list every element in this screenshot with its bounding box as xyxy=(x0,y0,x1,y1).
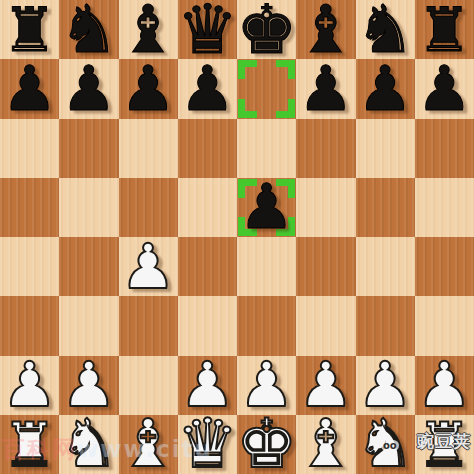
square-g7[interactable]: ♟ xyxy=(356,59,415,118)
square-d1[interactable]: ♛ xyxy=(178,415,237,474)
square-a6[interactable] xyxy=(0,119,59,178)
square-c8[interactable]: ♝ xyxy=(119,0,178,59)
square-b5[interactable] xyxy=(59,178,118,237)
square-a5[interactable] xyxy=(0,178,59,237)
square-h2[interactable]: ♟ xyxy=(415,356,474,415)
square-d4[interactable] xyxy=(178,237,237,296)
black-knight-g8[interactable]: ♞ xyxy=(356,0,415,59)
square-f6[interactable] xyxy=(296,119,355,178)
square-a7[interactable]: ♟ xyxy=(0,59,59,118)
white-queen-d1[interactable]: ♛ xyxy=(178,415,237,474)
square-b8[interactable]: ♞ xyxy=(59,0,118,59)
square-f5[interactable] xyxy=(296,178,355,237)
black-bishop-f8[interactable]: ♝ xyxy=(296,0,355,59)
square-g5[interactable] xyxy=(356,178,415,237)
square-g8[interactable]: ♞ xyxy=(356,0,415,59)
white-rook-h1[interactable]: ♜ xyxy=(415,415,474,474)
square-a4[interactable] xyxy=(0,237,59,296)
square-g6[interactable] xyxy=(356,119,415,178)
square-b1[interactable]: ♞ xyxy=(59,415,118,474)
square-e8[interactable]: ♚ xyxy=(237,0,296,59)
square-f3[interactable] xyxy=(296,296,355,355)
square-d3[interactable] xyxy=(178,296,237,355)
white-rook-a1[interactable]: ♜ xyxy=(0,415,59,474)
black-pawn-c7[interactable]: ♟ xyxy=(119,59,178,118)
black-knight-b8[interactable]: ♞ xyxy=(59,0,118,59)
square-c4[interactable]: ♟ xyxy=(119,237,178,296)
black-pawn-b7[interactable]: ♟ xyxy=(59,59,118,118)
square-f8[interactable]: ♝ xyxy=(296,0,355,59)
square-d5[interactable] xyxy=(178,178,237,237)
black-rook-h8[interactable]: ♜ xyxy=(415,0,474,59)
white-knight-g1[interactable]: ♞ xyxy=(356,415,415,474)
square-c5[interactable] xyxy=(119,178,178,237)
square-e1[interactable]: ♚ xyxy=(237,415,296,474)
square-a8[interactable]: ♜ xyxy=(0,0,59,59)
square-a1[interactable]: ♜ xyxy=(0,415,59,474)
black-pawn-d7[interactable]: ♟ xyxy=(178,59,237,118)
black-pawn-e5[interactable]: ♟ xyxy=(237,178,296,237)
black-pawn-g7[interactable]: ♟ xyxy=(356,59,415,118)
square-f7[interactable]: ♟ xyxy=(296,59,355,118)
square-d6[interactable] xyxy=(178,119,237,178)
square-e5[interactable]: ♟ xyxy=(237,178,296,237)
square-b7[interactable]: ♟ xyxy=(59,59,118,118)
square-h8[interactable]: ♜ xyxy=(415,0,474,59)
square-f1[interactable]: ♝ xyxy=(296,415,355,474)
white-bishop-f1[interactable]: ♝ xyxy=(296,415,355,474)
black-pawn-a7[interactable]: ♟ xyxy=(0,59,59,118)
square-g1[interactable]: ♞ xyxy=(356,415,415,474)
square-c1[interactable]: ♝ xyxy=(119,415,178,474)
square-c3[interactable] xyxy=(119,296,178,355)
white-knight-b1[interactable]: ♞ xyxy=(59,415,118,474)
square-e6[interactable] xyxy=(237,119,296,178)
black-king-e8[interactable]: ♚ xyxy=(237,0,296,59)
square-c6[interactable] xyxy=(119,119,178,178)
black-pawn-f7[interactable]: ♟ xyxy=(296,59,355,118)
black-rook-a8[interactable]: ♜ xyxy=(0,0,59,59)
white-pawn-c4[interactable]: ♟ xyxy=(119,237,178,296)
square-d7[interactable]: ♟ xyxy=(178,59,237,118)
square-d8[interactable]: ♛ xyxy=(178,0,237,59)
white-pawn-h2[interactable]: ♟ xyxy=(415,356,474,415)
white-king-e1[interactable]: ♚ xyxy=(237,415,296,474)
white-bishop-c1[interactable]: ♝ xyxy=(119,415,178,474)
square-h7[interactable]: ♟ xyxy=(415,59,474,118)
black-pawn-h7[interactable]: ♟ xyxy=(415,59,474,118)
square-h6[interactable] xyxy=(415,119,474,178)
black-bishop-c8[interactable]: ♝ xyxy=(119,0,178,59)
square-h3[interactable] xyxy=(415,296,474,355)
square-a2[interactable]: ♟ xyxy=(0,356,59,415)
square-b6[interactable] xyxy=(59,119,118,178)
square-g4[interactable] xyxy=(356,237,415,296)
square-b4[interactable] xyxy=(59,237,118,296)
square-c7[interactable]: ♟ xyxy=(119,59,178,118)
square-h1[interactable]: ♜ xyxy=(415,415,474,474)
square-e3[interactable] xyxy=(237,296,296,355)
square-b3[interactable] xyxy=(59,296,118,355)
square-g3[interactable] xyxy=(356,296,415,355)
white-pawn-a2[interactable]: ♟ xyxy=(0,356,59,415)
square-f4[interactable] xyxy=(296,237,355,296)
square-e4[interactable] xyxy=(237,237,296,296)
square-h4[interactable] xyxy=(415,237,474,296)
square-h5[interactable] xyxy=(415,178,474,237)
square-a3[interactable] xyxy=(0,296,59,355)
chess-board: ♜♞♝♛♚♝♞♜♟♟♟♟♟♟♟♟♟♟♟♟♟♟♟♟♜♞♝♛♚♝♞♜ xyxy=(0,0,474,474)
black-queen-d8[interactable]: ♛ xyxy=(178,0,237,59)
